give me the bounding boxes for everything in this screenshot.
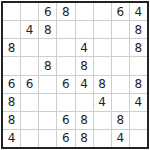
cell-r7c5[interactable]: 8 bbox=[76, 112, 93, 129]
cell-r1c6[interactable] bbox=[94, 3, 111, 20]
cell-r1c5[interactable] bbox=[76, 3, 93, 20]
cell-r2c5[interactable] bbox=[76, 21, 93, 38]
cell-r6c8[interactable]: 4 bbox=[130, 94, 147, 111]
cell-r6c6[interactable]: 4 bbox=[94, 94, 111, 111]
cell-r7c4[interactable]: 6 bbox=[57, 112, 74, 129]
cell-r5c4[interactable]: 6 bbox=[57, 76, 74, 93]
cell-r7c8[interactable] bbox=[130, 112, 147, 129]
cell-r7c2[interactable] bbox=[21, 112, 38, 129]
cell-r4c7[interactable] bbox=[112, 57, 129, 74]
cell-r5c2[interactable]: 6 bbox=[21, 76, 38, 93]
cell-r6c3[interactable] bbox=[39, 94, 56, 111]
cell-r4c4[interactable] bbox=[57, 57, 74, 74]
cell-r8c1[interactable]: 4 bbox=[3, 130, 20, 147]
cell-r5c1[interactable]: 6 bbox=[3, 76, 20, 93]
cell-r7c3[interactable] bbox=[39, 112, 56, 129]
cell-r3c2[interactable] bbox=[21, 39, 38, 56]
cell-r1c3[interactable]: 6 bbox=[39, 3, 56, 20]
cell-r2c4[interactable] bbox=[57, 21, 74, 38]
cell-r4c5[interactable]: 8 bbox=[76, 57, 93, 74]
cell-r4c2[interactable] bbox=[21, 57, 38, 74]
cell-r2c8[interactable]: 8 bbox=[130, 21, 147, 38]
cell-r5c6[interactable]: 8 bbox=[94, 76, 111, 93]
cell-r5c3[interactable] bbox=[39, 76, 56, 93]
cell-r7c6[interactable] bbox=[94, 112, 111, 129]
cell-r3c6[interactable] bbox=[94, 39, 111, 56]
cell-r6c1[interactable]: 8 bbox=[3, 94, 20, 111]
sudoku-board: 68644888488866648884486884684 bbox=[1, 1, 149, 149]
cell-r8c7[interactable]: 4 bbox=[112, 130, 129, 147]
cell-r8c8[interactable] bbox=[130, 130, 147, 147]
cell-r5c5[interactable]: 4 bbox=[76, 76, 93, 93]
cell-r5c8[interactable]: 8 bbox=[130, 76, 147, 93]
cell-r6c7[interactable] bbox=[112, 94, 129, 111]
cell-r2c3[interactable]: 8 bbox=[39, 21, 56, 38]
cell-r6c2[interactable] bbox=[21, 94, 38, 111]
cell-r3c7[interactable] bbox=[112, 39, 129, 56]
cell-r1c8[interactable]: 4 bbox=[130, 3, 147, 20]
cell-r2c2[interactable]: 4 bbox=[21, 21, 38, 38]
puzzle-area: 68644888488866648884486884684 bbox=[0, 0, 150, 150]
cell-r1c7[interactable]: 6 bbox=[112, 3, 129, 20]
cell-r3c5[interactable]: 4 bbox=[76, 39, 93, 56]
cell-r3c1[interactable]: 8 bbox=[3, 39, 20, 56]
cell-r8c5[interactable]: 8 bbox=[76, 130, 93, 147]
cell-r8c2[interactable] bbox=[21, 130, 38, 147]
cell-r6c4[interactable] bbox=[57, 94, 74, 111]
cell-r7c7[interactable]: 8 bbox=[112, 112, 129, 129]
cell-r8c3[interactable] bbox=[39, 130, 56, 147]
cell-r8c6[interactable] bbox=[94, 130, 111, 147]
cell-r2c7[interactable] bbox=[112, 21, 129, 38]
cell-r1c2[interactable] bbox=[21, 3, 38, 20]
cell-r2c1[interactable] bbox=[3, 21, 20, 38]
cell-r7c1[interactable]: 8 bbox=[3, 112, 20, 129]
cell-r2c6[interactable] bbox=[94, 21, 111, 38]
cell-r3c3[interactable] bbox=[39, 39, 56, 56]
cell-r8c4[interactable]: 6 bbox=[57, 130, 74, 147]
cell-r4c1[interactable] bbox=[3, 57, 20, 74]
cell-r1c4[interactable]: 8 bbox=[57, 3, 74, 20]
cell-r3c8[interactable]: 8 bbox=[130, 39, 147, 56]
cell-r4c8[interactable] bbox=[130, 57, 147, 74]
cell-r4c3[interactable]: 8 bbox=[39, 57, 56, 74]
cell-r3c4[interactable] bbox=[57, 39, 74, 56]
cell-r4c6[interactable] bbox=[94, 57, 111, 74]
cell-r5c7[interactable] bbox=[112, 76, 129, 93]
cell-r6c5[interactable] bbox=[76, 94, 93, 111]
cell-r1c1[interactable] bbox=[3, 3, 20, 20]
